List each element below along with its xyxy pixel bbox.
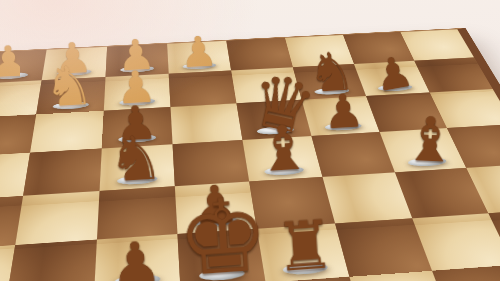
square: ♜ [257,224,350,281]
square: ♝ [380,128,467,172]
white-pawn: ♟ [166,31,231,73]
square [395,168,488,218]
black-king: ♚ [174,186,265,281]
square [412,213,500,271]
square: ♞ [100,144,175,191]
chess-board: ♟♟♟♟♞♟♞♟♟♛♟♞♝♝♟♟♚♜♟ [0,28,500,281]
white-knight: ♞ [33,59,104,114]
black-bishop: ♝ [245,118,322,181]
square [0,196,23,251]
black-pawn: ♟ [91,234,181,281]
square: ♞ [36,77,105,114]
square [169,70,237,107]
square [15,191,99,245]
square [335,218,432,276]
square: ♟ [167,41,231,74]
square: ♚ [177,229,265,281]
square: ♟ [94,234,180,281]
square [432,265,500,281]
square [30,111,104,153]
square [23,148,102,195]
black-knight: ♞ [96,128,175,190]
black-rook: ♜ [261,213,349,281]
photo-scene: ♟♟♟♟♞♟♞♟♟♛♟♞♝♝♟♟♚♜♟ [0,0,500,281]
black-bishop: ♝ [393,110,466,172]
square [6,240,97,281]
square [171,103,243,144]
